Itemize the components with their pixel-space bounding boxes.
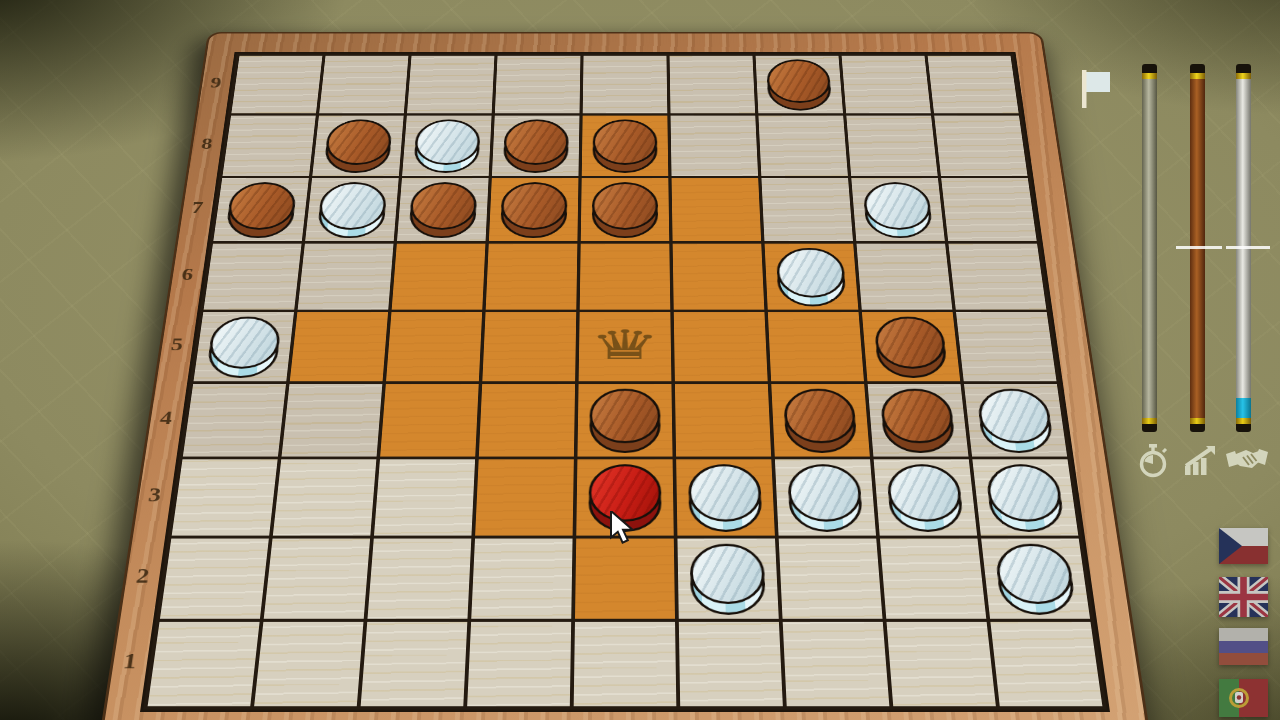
square-c9[interactable] bbox=[407, 56, 494, 114]
square-f2[interactable] bbox=[677, 539, 778, 619]
brown-piece-h5[interactable] bbox=[873, 317, 947, 369]
square-b8[interactable] bbox=[312, 116, 403, 176]
square-f6[interactable] bbox=[673, 244, 765, 310]
white-piece-f3[interactable] bbox=[688, 464, 762, 521]
square-h7[interactable] bbox=[851, 178, 945, 241]
square-b9[interactable] bbox=[319, 56, 408, 114]
square-h3[interactable] bbox=[874, 459, 978, 535]
row-label-2: 2 bbox=[126, 565, 160, 591]
square-a2[interactable] bbox=[160, 539, 269, 619]
square-e2[interactable] bbox=[575, 539, 675, 619]
square-i2[interactable] bbox=[981, 539, 1090, 619]
row-label-9: 9 bbox=[202, 74, 230, 92]
square-i6[interactable] bbox=[948, 244, 1046, 310]
square-g6[interactable] bbox=[765, 244, 859, 310]
row-label-8: 8 bbox=[192, 135, 221, 154]
square-a9[interactable] bbox=[231, 56, 322, 114]
square-e8[interactable] bbox=[582, 116, 669, 176]
square-i9[interactable] bbox=[928, 56, 1019, 114]
brown-piece-d8[interactable] bbox=[503, 119, 569, 164]
square-g4[interactable] bbox=[771, 384, 870, 457]
square-c3[interactable] bbox=[374, 459, 475, 535]
stats-chart-icon[interactable] bbox=[1182, 444, 1216, 482]
square-b6[interactable] bbox=[298, 244, 394, 310]
square-f7[interactable] bbox=[672, 178, 762, 241]
brown-piece-e7[interactable] bbox=[592, 182, 659, 229]
mouse-cursor-icon bbox=[609, 511, 635, 549]
row-label-6: 6 bbox=[172, 265, 202, 286]
square-c4[interactable] bbox=[380, 384, 479, 457]
square-e5[interactable]: ♛ bbox=[579, 312, 672, 381]
white-piece-c8[interactable] bbox=[414, 119, 481, 164]
square-f9[interactable] bbox=[670, 56, 756, 114]
square-b2[interactable] bbox=[264, 539, 370, 619]
square-b4[interactable] bbox=[282, 384, 383, 457]
square-d3[interactable] bbox=[475, 459, 574, 535]
brown-piece-b8[interactable] bbox=[324, 119, 393, 164]
square-a5[interactable] bbox=[194, 312, 294, 381]
square-f3[interactable] bbox=[676, 459, 775, 535]
row-label-5: 5 bbox=[161, 335, 192, 357]
row-label-4: 4 bbox=[150, 408, 182, 431]
square-a4[interactable] bbox=[183, 384, 286, 457]
square-c1[interactable] bbox=[361, 622, 468, 706]
square-f8[interactable] bbox=[671, 116, 759, 176]
square-i7[interactable] bbox=[941, 178, 1037, 241]
square-h1[interactable] bbox=[887, 622, 996, 706]
square-d7[interactable] bbox=[489, 178, 579, 241]
square-b7[interactable] bbox=[305, 178, 399, 241]
square-a7[interactable] bbox=[213, 178, 309, 241]
meter-tick-right bbox=[1226, 246, 1270, 249]
flag-british[interactable] bbox=[1219, 577, 1268, 617]
square-e6[interactable] bbox=[580, 244, 671, 310]
white-piece-f2[interactable] bbox=[690, 544, 766, 604]
square-d1[interactable] bbox=[467, 622, 571, 706]
brown-piece-g4[interactable] bbox=[783, 389, 857, 444]
square-a8[interactable] bbox=[223, 116, 316, 176]
square-c7[interactable] bbox=[397, 178, 489, 241]
square-i8[interactable] bbox=[934, 116, 1027, 176]
square-b1[interactable] bbox=[254, 622, 363, 706]
game-board: ♛ 987654321 bbox=[98, 32, 1151, 720]
stopwatch-icon[interactable] bbox=[1136, 444, 1170, 484]
brown-piece-d7[interactable] bbox=[500, 182, 567, 229]
square-d2[interactable] bbox=[471, 539, 572, 619]
white-piece-i4[interactable] bbox=[976, 389, 1054, 444]
handshake-icon[interactable] bbox=[1226, 446, 1268, 482]
square-g5[interactable] bbox=[768, 312, 864, 381]
square-f1[interactable] bbox=[679, 622, 783, 706]
square-d4[interactable] bbox=[479, 384, 575, 457]
square-e9[interactable] bbox=[583, 56, 668, 114]
flag-czech[interactable] bbox=[1219, 528, 1268, 564]
square-h5[interactable] bbox=[862, 312, 960, 381]
brown-piece-e8[interactable] bbox=[592, 119, 657, 164]
board-grid: ♛ bbox=[140, 52, 1110, 712]
meter-left bbox=[1142, 64, 1157, 432]
throne-crown-icon: ♛ bbox=[589, 325, 662, 365]
square-i1[interactable] bbox=[990, 622, 1102, 706]
square-a3[interactable] bbox=[172, 459, 278, 535]
square-h2[interactable] bbox=[880, 539, 986, 619]
square-c2[interactable] bbox=[367, 539, 471, 619]
square-d5[interactable] bbox=[482, 312, 576, 381]
square-g1[interactable] bbox=[783, 622, 890, 706]
white-piece-b7[interactable] bbox=[317, 182, 387, 229]
white-piece-h3[interactable] bbox=[886, 464, 964, 521]
row-label-7: 7 bbox=[182, 199, 211, 219]
row-label-3: 3 bbox=[138, 484, 171, 508]
white-piece-g6[interactable] bbox=[776, 248, 847, 298]
surrender-flag-icon[interactable] bbox=[1080, 68, 1114, 114]
square-e7[interactable] bbox=[581, 178, 670, 241]
square-d9[interactable] bbox=[495, 56, 581, 114]
square-e1[interactable] bbox=[574, 622, 677, 706]
square-g7[interactable] bbox=[761, 178, 853, 241]
brown-piece-e4[interactable] bbox=[589, 389, 660, 444]
row-label-1: 1 bbox=[112, 649, 147, 676]
square-d8[interactable] bbox=[492, 116, 580, 176]
white-piece-i3[interactable] bbox=[985, 464, 1065, 521]
square-c5[interactable] bbox=[386, 312, 482, 381]
square-g9[interactable] bbox=[756, 56, 843, 114]
white-piece-h7[interactable] bbox=[862, 182, 932, 229]
brown-piece-g9[interactable] bbox=[766, 59, 832, 102]
square-f4[interactable] bbox=[675, 384, 771, 457]
meter-tick-left bbox=[1176, 246, 1222, 249]
white-piece-a5[interactable] bbox=[207, 317, 283, 369]
square-c8[interactable] bbox=[402, 116, 491, 176]
square-b3[interactable] bbox=[273, 459, 377, 535]
white-piece-i2[interactable] bbox=[994, 544, 1076, 604]
flag-russian[interactable] bbox=[1219, 628, 1268, 665]
flag-portuguese[interactable] bbox=[1219, 679, 1268, 717]
white-piece-g3[interactable] bbox=[787, 464, 863, 521]
square-h6[interactable] bbox=[857, 244, 953, 310]
square-g8[interactable] bbox=[758, 116, 847, 176]
brown-piece-c7[interactable] bbox=[409, 182, 478, 229]
square-g3[interactable] bbox=[775, 459, 876, 535]
square-c6[interactable] bbox=[392, 244, 486, 310]
square-b5[interactable] bbox=[290, 312, 388, 381]
square-i5[interactable] bbox=[956, 312, 1056, 381]
square-a6[interactable] bbox=[204, 244, 302, 310]
brown-piece-h4[interactable] bbox=[879, 389, 955, 444]
brown-piece-a7[interactable] bbox=[226, 182, 298, 229]
square-h8[interactable] bbox=[846, 116, 937, 176]
square-h4[interactable] bbox=[868, 384, 969, 457]
square-g2[interactable] bbox=[779, 539, 883, 619]
square-i3[interactable] bbox=[972, 459, 1078, 535]
square-i4[interactable] bbox=[964, 384, 1067, 457]
square-f5[interactable] bbox=[674, 312, 768, 381]
square-a1[interactable] bbox=[148, 622, 260, 706]
square-h9[interactable] bbox=[842, 56, 931, 114]
square-e4[interactable] bbox=[577, 384, 672, 457]
square-d6[interactable] bbox=[486, 244, 578, 310]
